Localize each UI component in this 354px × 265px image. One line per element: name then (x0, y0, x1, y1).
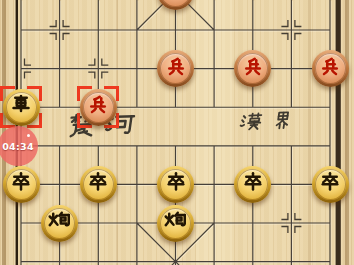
timer-sparkle (27, 134, 30, 137)
glyph-卒 (163, 172, 188, 197)
piece-black-cannon-e8[interactable] (157, 205, 194, 242)
piece-black-soldier-c7[interactable] (80, 166, 117, 203)
pieces-layer (0, 0, 354, 265)
timer-text: 04:34 (2, 141, 34, 152)
glyph-炮 (47, 211, 72, 236)
glyph-仕 (163, 0, 188, 4)
piece-black-soldier-e7[interactable] (157, 166, 194, 203)
xiangqi-game-screen: 04:34 (0, 0, 354, 265)
piece-red-unknown-cropped-e2[interactable] (157, 0, 194, 10)
piece-black-soldier-g7[interactable] (234, 166, 271, 203)
glyph-卒 (9, 172, 34, 197)
glyph-卒 (240, 172, 265, 197)
glyph-兵 (163, 56, 188, 81)
piece-red-soldier-g4[interactable] (234, 50, 271, 87)
glyph-卒 (86, 172, 111, 197)
piece-black-cannon-b8[interactable] (41, 205, 78, 242)
glyph-兵 (86, 95, 111, 120)
glyph-炮 (163, 211, 188, 236)
piece-red-soldier-e4[interactable] (157, 50, 194, 87)
piece-red-soldier-c5[interactable] (80, 89, 117, 126)
piece-black-soldier-a7[interactable] (3, 166, 40, 203)
glyph-卒 (318, 172, 343, 197)
glyph-兵 (240, 56, 265, 81)
glyph-兵 (318, 56, 343, 81)
piece-black-chariot-a5[interactable] (3, 89, 40, 126)
glyph-車 (9, 95, 34, 120)
piece-red-soldier-i4[interactable] (312, 50, 349, 87)
piece-black-soldier-i7[interactable] (312, 166, 349, 203)
